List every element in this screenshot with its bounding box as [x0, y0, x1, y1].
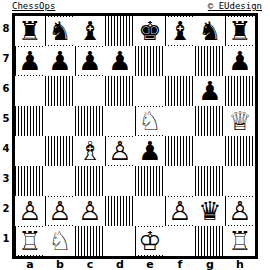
square-h8: ♜ — [225, 16, 255, 46]
square-h1: ♖ — [225, 226, 255, 256]
square-b2: ♙ — [45, 196, 75, 226]
square-g1 — [195, 226, 225, 256]
diagram-header: ChessOps © EUdesign — [0, 0, 270, 13]
piece-white-pawn-d4: ♙ — [107, 137, 133, 165]
square-h3 — [225, 166, 255, 196]
piece-black-pawn-d7: ♟ — [107, 47, 133, 75]
square-c8: ♝ — [75, 16, 105, 46]
rank-label-8: 8 — [0, 13, 12, 43]
square-d3 — [105, 166, 135, 196]
square-a6 — [15, 76, 45, 106]
square-g4 — [195, 136, 225, 166]
rank-label-1: 1 — [0, 223, 12, 253]
square-e8: ♚ — [135, 16, 165, 46]
piece-white-pawn-h2: ♙ — [227, 197, 253, 225]
piece-black-pawn-h7: ♟ — [227, 47, 253, 75]
piece-white-pawn-b2: ♙ — [47, 197, 73, 225]
square-c2: ♙ — [75, 196, 105, 226]
square-d7: ♟ — [105, 46, 135, 76]
piece-black-king-e8: ♚ — [137, 17, 163, 45]
rank-labels: 87654321 — [0, 13, 12, 259]
square-g7 — [195, 46, 225, 76]
square-c7: ♟ — [75, 46, 105, 76]
square-b1: ♘ — [45, 226, 75, 256]
square-d8 — [105, 16, 135, 46]
square-a2: ♙ — [15, 196, 45, 226]
square-b5 — [45, 106, 75, 136]
piece-black-bishop-f8: ♝ — [167, 17, 193, 45]
square-e5: ♘ — [135, 106, 165, 136]
square-e6 — [135, 76, 165, 106]
rank-label-2: 2 — [0, 193, 12, 223]
rank-label-4: 4 — [0, 133, 12, 163]
piece-white-pawn-f2: ♙ — [167, 197, 193, 225]
file-label-b: b — [45, 259, 75, 270]
square-f3 — [165, 166, 195, 196]
file-label-h: h — [225, 259, 255, 270]
piece-black-pawn-c7: ♟ — [77, 47, 103, 75]
square-f2: ♙ — [165, 196, 195, 226]
square-b4 — [45, 136, 75, 166]
square-c6 — [75, 76, 105, 106]
square-h6 — [225, 76, 255, 106]
piece-white-king-e1: ♔ — [137, 227, 163, 255]
square-f6 — [165, 76, 195, 106]
square-c4: ♗ — [75, 136, 105, 166]
piece-black-pawn-b7: ♟ — [47, 47, 73, 75]
file-labels: abcdefgh — [15, 259, 270, 270]
piece-white-knight-b1: ♘ — [47, 227, 73, 255]
square-d2 — [105, 196, 135, 226]
rank-label-5: 5 — [0, 103, 12, 133]
file-label-e: e — [135, 259, 165, 270]
square-g5 — [195, 106, 225, 136]
piece-white-rook-h1: ♖ — [227, 227, 253, 255]
square-d5 — [105, 106, 135, 136]
square-c5 — [75, 106, 105, 136]
rank-label-3: 3 — [0, 163, 12, 193]
square-a7: ♟ — [15, 46, 45, 76]
square-f4 — [165, 136, 195, 166]
piece-white-bishop-c4: ♗ — [77, 137, 103, 165]
square-f8: ♝ — [165, 16, 195, 46]
square-g6: ♟ — [195, 76, 225, 106]
piece-black-bishop-c8: ♝ — [77, 17, 103, 45]
square-g3 — [195, 166, 225, 196]
file-label-f: f — [165, 259, 195, 270]
piece-black-pawn-a7: ♟ — [17, 47, 43, 75]
square-d1 — [105, 226, 135, 256]
square-a1: ♖ — [15, 226, 45, 256]
square-h4 — [225, 136, 255, 166]
chess-diagram-page: ChessOps © EUdesign 87654321 ♜♞♝♚♝♞♜♟♟♟♟… — [0, 0, 270, 270]
square-b7: ♟ — [45, 46, 75, 76]
piece-white-knight-e5: ♘ — [137, 107, 163, 135]
piece-black-knight-g8: ♞ — [197, 17, 223, 45]
square-d4: ♙ — [105, 136, 135, 166]
board-area: 87654321 ♜♞♝♚♝♞♜♟♟♟♟♟♟♘♕♗♙♟♙♙♙♙♛♙♖♘♔♖ — [0, 13, 270, 259]
square-h2: ♙ — [225, 196, 255, 226]
piece-black-rook-h8: ♜ — [227, 17, 253, 45]
piece-white-queen-h5: ♕ — [227, 107, 253, 135]
app-title-link[interactable]: ChessOps — [12, 1, 55, 12]
square-c3 — [75, 166, 105, 196]
rank-label-6: 6 — [0, 73, 12, 103]
piece-white-pawn-a2: ♙ — [17, 197, 43, 225]
square-a4 — [15, 136, 45, 166]
square-f1 — [165, 226, 195, 256]
square-h5: ♕ — [225, 106, 255, 136]
square-e7 — [135, 46, 165, 76]
square-h7: ♟ — [225, 46, 255, 76]
file-label-d: d — [105, 259, 135, 270]
square-e1: ♔ — [135, 226, 165, 256]
square-c1 — [75, 226, 105, 256]
square-e3 — [135, 166, 165, 196]
piece-black-pawn-e4: ♟ — [137, 137, 163, 165]
piece-black-queen-g2: ♛ — [197, 197, 223, 225]
square-a5 — [15, 106, 45, 136]
piece-white-rook-a1: ♖ — [17, 227, 43, 255]
piece-black-knight-b8: ♞ — [47, 17, 73, 45]
piece-white-pawn-c2: ♙ — [77, 197, 103, 225]
square-d6 — [105, 76, 135, 106]
chess-board: ♜♞♝♚♝♞♜♟♟♟♟♟♟♘♕♗♙♟♙♙♙♙♛♙♖♘♔♖ — [12, 13, 258, 259]
square-b8: ♞ — [45, 16, 75, 46]
file-label-g: g — [195, 259, 225, 270]
square-a3 — [15, 166, 45, 196]
square-b3 — [45, 166, 75, 196]
square-f5 — [165, 106, 195, 136]
file-label-a: a — [15, 259, 45, 270]
square-f7 — [165, 46, 195, 76]
rank-label-7: 7 — [0, 43, 12, 73]
square-b6 — [45, 76, 75, 106]
square-e4: ♟ — [135, 136, 165, 166]
file-label-c: c — [75, 259, 105, 270]
piece-black-pawn-g6: ♟ — [197, 77, 223, 105]
square-a8: ♜ — [15, 16, 45, 46]
piece-black-rook-a8: ♜ — [17, 17, 43, 45]
square-e2 — [135, 196, 165, 226]
square-g2: ♛ — [195, 196, 225, 226]
square-g8: ♞ — [195, 16, 225, 46]
credit-link[interactable]: © EUdesign — [208, 1, 262, 12]
